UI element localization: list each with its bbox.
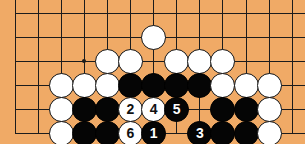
stone-white xyxy=(257,97,282,122)
stone-black xyxy=(141,73,166,98)
stone-white xyxy=(72,73,97,98)
stone-white xyxy=(141,25,166,50)
move-4-stone-white: 4 xyxy=(141,97,166,122)
stone-white xyxy=(95,73,120,98)
stone-black xyxy=(118,73,143,98)
stone-black xyxy=(164,73,189,98)
move-2-stone-white: 2 xyxy=(118,97,143,122)
stone-white xyxy=(210,49,235,74)
stone-white xyxy=(49,97,74,122)
move-number-label: 4 xyxy=(150,102,158,116)
stone-white xyxy=(210,73,235,98)
stone-white xyxy=(257,121,282,145)
move-1-stone-black: 1 xyxy=(141,121,166,145)
move-number-label: 3 xyxy=(196,126,204,140)
move-5-stone-black: 5 xyxy=(164,97,189,122)
stone-white xyxy=(234,73,259,98)
star-point xyxy=(82,59,86,63)
stone-black xyxy=(187,73,212,98)
move-6-stone-white: 6 xyxy=(118,121,143,145)
stone-white xyxy=(257,73,282,98)
stone-white xyxy=(49,73,74,98)
grid-horizontal-line xyxy=(15,61,305,62)
stone-black xyxy=(234,97,259,122)
move-3-stone-black: 3 xyxy=(187,121,212,145)
stone-white xyxy=(187,49,212,74)
grid-vertical-line xyxy=(292,0,293,134)
move-number-label: 2 xyxy=(127,102,135,116)
move-number-label: 5 xyxy=(173,102,181,116)
stone-white xyxy=(95,49,120,74)
move-number-label: 1 xyxy=(150,126,158,140)
stone-black xyxy=(95,121,120,145)
stone-black xyxy=(95,97,120,122)
stone-white xyxy=(49,121,74,145)
stone-black xyxy=(210,121,235,145)
stone-black xyxy=(72,97,97,122)
stone-white xyxy=(164,49,189,74)
stone-black xyxy=(72,121,97,145)
stone-white xyxy=(118,49,143,74)
stone-black xyxy=(234,121,259,145)
grid-horizontal-line xyxy=(15,13,305,14)
go-board[interactable]: 245613 xyxy=(0,0,305,144)
grid-vertical-line xyxy=(38,0,39,134)
grid-vertical-line xyxy=(15,0,16,134)
stone-black xyxy=(210,97,235,122)
move-number-label: 6 xyxy=(127,126,135,140)
